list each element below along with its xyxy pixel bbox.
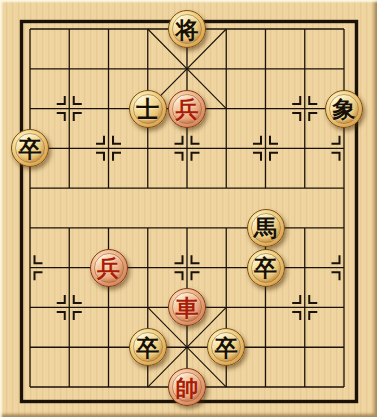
red-soldier-glyph: 兵 bbox=[176, 97, 199, 120]
black-soldier-glyph: 卒 bbox=[254, 256, 277, 279]
black-elephant-glyph: 象 bbox=[333, 97, 356, 120]
board-grid bbox=[0, 0, 377, 417]
piece-red-soldier[interactable]: 兵 bbox=[168, 90, 206, 128]
black-soldier-glyph: 卒 bbox=[215, 336, 238, 359]
red-general-glyph: 帥 bbox=[176, 376, 199, 399]
black-soldier-glyph: 卒 bbox=[136, 336, 159, 359]
black-general-glyph: 将 bbox=[176, 18, 199, 41]
black-horse-glyph: 馬 bbox=[254, 216, 277, 239]
piece-black-soldier[interactable]: 卒 bbox=[247, 249, 285, 287]
piece-black-soldier[interactable]: 卒 bbox=[129, 328, 167, 366]
red-chariot-glyph: 車 bbox=[176, 296, 199, 319]
piece-red-soldier[interactable]: 兵 bbox=[90, 249, 128, 287]
xiangqi-app: 将士兵象卒馬兵卒車卒卒帥 bbox=[0, 0, 377, 417]
piece-red-general[interactable]: 帥 bbox=[168, 368, 206, 406]
red-soldier-glyph: 兵 bbox=[97, 256, 120, 279]
piece-black-advisor[interactable]: 士 bbox=[129, 90, 167, 128]
piece-black-elephant[interactable]: 象 bbox=[325, 90, 363, 128]
black-advisor-glyph: 士 bbox=[136, 97, 159, 120]
piece-black-general[interactable]: 将 bbox=[168, 10, 206, 48]
black-soldier-glyph: 卒 bbox=[19, 137, 42, 160]
piece-black-horse[interactable]: 馬 bbox=[247, 209, 285, 247]
